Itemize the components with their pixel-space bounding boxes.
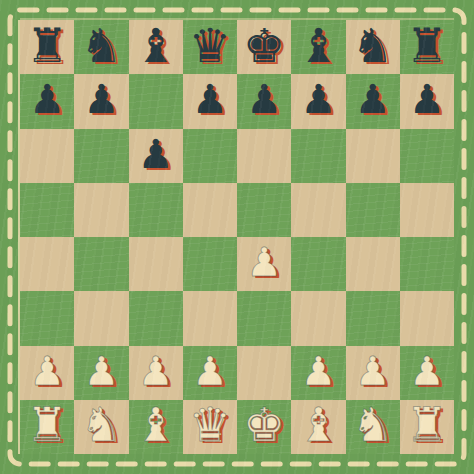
square-b5[interactable] [74, 183, 128, 237]
square-f5[interactable] [291, 183, 345, 237]
piece-white-rook[interactable]: ♜ [26, 401, 68, 448]
square-e2[interactable] [237, 346, 291, 400]
square-d5[interactable] [183, 183, 237, 237]
square-b7[interactable]: ♟ [74, 74, 128, 128]
square-a4[interactable] [20, 237, 74, 291]
square-h1[interactable]: ♜ [400, 400, 454, 454]
square-d4[interactable] [183, 237, 237, 291]
piece-black-pawn[interactable]: ♟ [192, 79, 228, 119]
square-d3[interactable] [183, 291, 237, 345]
square-h8[interactable]: ♜ [400, 20, 454, 74]
square-g6[interactable] [346, 129, 400, 183]
square-h6[interactable] [400, 129, 454, 183]
piece-white-pawn[interactable]: ♟ [409, 351, 445, 391]
piece-white-knight[interactable]: ♞ [352, 401, 394, 448]
square-g7[interactable]: ♟ [346, 74, 400, 128]
square-b4[interactable] [74, 237, 128, 291]
square-d8[interactable]: ♛ [183, 20, 237, 74]
square-g1[interactable]: ♞ [346, 400, 400, 454]
square-g3[interactable] [346, 291, 400, 345]
square-b6[interactable] [74, 129, 128, 183]
square-a2[interactable]: ♟ [20, 346, 74, 400]
square-g2[interactable]: ♟ [346, 346, 400, 400]
square-e3[interactable] [237, 291, 291, 345]
square-f8[interactable]: ♝ [291, 20, 345, 74]
piece-black-pawn[interactable]: ♟ [246, 79, 282, 119]
square-d6[interactable] [183, 129, 237, 183]
square-a3[interactable] [20, 291, 74, 345]
square-h7[interactable]: ♟ [400, 74, 454, 128]
square-e6[interactable] [237, 129, 291, 183]
piece-white-pawn[interactable]: ♟ [29, 351, 65, 391]
piece-white-king[interactable]: ♚ [243, 401, 285, 448]
square-e5[interactable] [237, 183, 291, 237]
square-a7[interactable]: ♟ [20, 74, 74, 128]
square-f4[interactable] [291, 237, 345, 291]
square-e8[interactable]: ♚ [237, 20, 291, 74]
piece-black-bishop[interactable]: ♝ [135, 22, 177, 69]
piece-black-bishop[interactable]: ♝ [297, 22, 339, 69]
square-e1[interactable]: ♚ [237, 400, 291, 454]
piece-white-pawn[interactable]: ♟ [138, 351, 174, 391]
piece-black-queen[interactable]: ♛ [189, 22, 231, 69]
piece-black-pawn[interactable]: ♟ [355, 79, 391, 119]
chess-board: ♜♞♝♛♚♝♞♜♟♟♟♟♟♟♟♟♟♟♟♟♟♟♟♟♜♞♝♛♚♝♞♜ [20, 20, 454, 454]
square-a8[interactable]: ♜ [20, 20, 74, 74]
square-a1[interactable]: ♜ [20, 400, 74, 454]
square-f2[interactable]: ♟ [291, 346, 345, 400]
square-f1[interactable]: ♝ [291, 400, 345, 454]
piece-white-bishop[interactable]: ♝ [297, 401, 339, 448]
square-h5[interactable] [400, 183, 454, 237]
piece-white-pawn[interactable]: ♟ [355, 351, 391, 391]
piece-black-pawn[interactable]: ♟ [138, 134, 174, 174]
piece-white-knight[interactable]: ♞ [80, 401, 122, 448]
piece-black-pawn[interactable]: ♟ [83, 79, 119, 119]
piece-white-rook[interactable]: ♜ [406, 401, 448, 448]
square-d2[interactable]: ♟ [183, 346, 237, 400]
piece-black-rook[interactable]: ♜ [406, 22, 448, 69]
square-d7[interactable]: ♟ [183, 74, 237, 128]
piece-black-knight[interactable]: ♞ [80, 22, 122, 69]
square-c6[interactable]: ♟ [129, 129, 183, 183]
square-b8[interactable]: ♞ [74, 20, 128, 74]
piece-white-queen[interactable]: ♛ [189, 401, 231, 448]
square-h2[interactable]: ♟ [400, 346, 454, 400]
square-h4[interactable] [400, 237, 454, 291]
piece-black-pawn[interactable]: ♟ [300, 79, 336, 119]
piece-white-pawn[interactable]: ♟ [246, 242, 282, 282]
square-c1[interactable]: ♝ [129, 400, 183, 454]
square-a5[interactable] [20, 183, 74, 237]
square-f6[interactable] [291, 129, 345, 183]
piece-white-pawn[interactable]: ♟ [300, 351, 336, 391]
square-g4[interactable] [346, 237, 400, 291]
square-e4[interactable]: ♟ [237, 237, 291, 291]
square-d1[interactable]: ♛ [183, 400, 237, 454]
square-a6[interactable] [20, 129, 74, 183]
square-f7[interactable]: ♟ [291, 74, 345, 128]
piece-white-pawn[interactable]: ♟ [192, 351, 228, 391]
square-g5[interactable] [346, 183, 400, 237]
square-c8[interactable]: ♝ [129, 20, 183, 74]
square-c2[interactable]: ♟ [129, 346, 183, 400]
square-b3[interactable] [74, 291, 128, 345]
square-g8[interactable]: ♞ [346, 20, 400, 74]
square-c3[interactable] [129, 291, 183, 345]
piece-black-king[interactable]: ♚ [243, 22, 285, 69]
piece-black-rook[interactable]: ♜ [26, 22, 68, 69]
square-e7[interactable]: ♟ [237, 74, 291, 128]
piece-black-pawn[interactable]: ♟ [29, 79, 65, 119]
board-frame: ♜♞♝♛♚♝♞♜♟♟♟♟♟♟♟♟♟♟♟♟♟♟♟♟♜♞♝♛♚♝♞♜ [0, 0, 474, 474]
square-h3[interactable] [400, 291, 454, 345]
piece-black-knight[interactable]: ♞ [352, 22, 394, 69]
square-f3[interactable] [291, 291, 345, 345]
piece-white-bishop[interactable]: ♝ [135, 401, 177, 448]
square-c4[interactable] [129, 237, 183, 291]
square-b1[interactable]: ♞ [74, 400, 128, 454]
square-c7[interactable] [129, 74, 183, 128]
piece-black-pawn[interactable]: ♟ [409, 79, 445, 119]
piece-white-pawn[interactable]: ♟ [83, 351, 119, 391]
square-c5[interactable] [129, 183, 183, 237]
square-b2[interactable]: ♟ [74, 346, 128, 400]
